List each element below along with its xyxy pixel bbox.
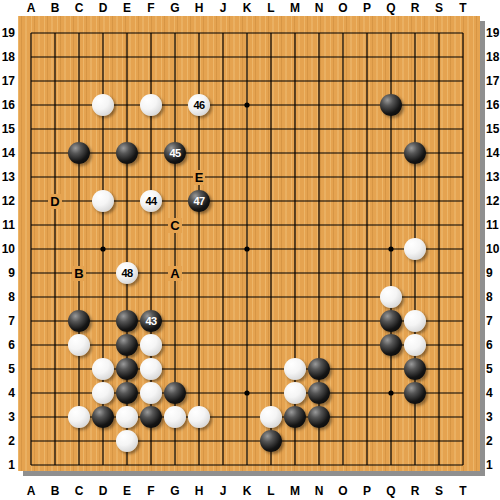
point-K10[interactable]: [235, 237, 259, 261]
point-P1[interactable]: [355, 453, 379, 477]
point-D3[interactable]: [91, 405, 115, 429]
point-K18[interactable]: [235, 45, 259, 69]
point-G19[interactable]: [163, 21, 187, 45]
point-Q4[interactable]: [379, 381, 403, 405]
point-S2[interactable]: [427, 429, 451, 453]
point-L13[interactable]: [259, 165, 283, 189]
point-E10[interactable]: [115, 237, 139, 261]
point-L16[interactable]: [259, 93, 283, 117]
point-M18[interactable]: [283, 45, 307, 69]
point-F2[interactable]: [139, 429, 163, 453]
point-T19[interactable]: [451, 21, 475, 45]
point-N14[interactable]: [307, 141, 331, 165]
point-F12[interactable]: 44: [139, 189, 163, 213]
point-N12[interactable]: [307, 189, 331, 213]
point-O9[interactable]: [331, 261, 355, 285]
point-D5[interactable]: [91, 357, 115, 381]
point-M4[interactable]: [283, 381, 307, 405]
point-J11[interactable]: [211, 213, 235, 237]
point-Q7[interactable]: [379, 309, 403, 333]
point-J14[interactable]: [211, 141, 235, 165]
point-S16[interactable]: [427, 93, 451, 117]
point-H12[interactable]: 47: [187, 189, 211, 213]
point-R13[interactable]: [403, 165, 427, 189]
point-R18[interactable]: [403, 45, 427, 69]
point-T3[interactable]: [451, 405, 475, 429]
point-G14[interactable]: 45: [163, 141, 187, 165]
point-O15[interactable]: [331, 117, 355, 141]
point-E18[interactable]: [115, 45, 139, 69]
point-S8[interactable]: [427, 285, 451, 309]
point-O6[interactable]: [331, 333, 355, 357]
point-D15[interactable]: [91, 117, 115, 141]
point-E2[interactable]: [115, 429, 139, 453]
point-Q10[interactable]: [379, 237, 403, 261]
point-D16[interactable]: [91, 93, 115, 117]
point-A14[interactable]: [19, 141, 43, 165]
point-Q16[interactable]: [379, 93, 403, 117]
point-O16[interactable]: [331, 93, 355, 117]
point-M6[interactable]: [283, 333, 307, 357]
point-C16[interactable]: [67, 93, 91, 117]
point-G16[interactable]: [163, 93, 187, 117]
point-P11[interactable]: [355, 213, 379, 237]
point-F17[interactable]: [139, 69, 163, 93]
point-C12[interactable]: [67, 189, 91, 213]
point-B11[interactable]: [43, 213, 67, 237]
point-T5[interactable]: [451, 357, 475, 381]
point-P9[interactable]: [355, 261, 379, 285]
point-Q9[interactable]: [379, 261, 403, 285]
point-H15[interactable]: [187, 117, 211, 141]
point-D1[interactable]: [91, 453, 115, 477]
point-A15[interactable]: [19, 117, 43, 141]
point-T7[interactable]: [451, 309, 475, 333]
point-G7[interactable]: [163, 309, 187, 333]
point-R10[interactable]: [403, 237, 427, 261]
point-O11[interactable]: [331, 213, 355, 237]
point-C19[interactable]: [67, 21, 91, 45]
point-P19[interactable]: [355, 21, 379, 45]
point-B19[interactable]: [43, 21, 67, 45]
point-P7[interactable]: [355, 309, 379, 333]
point-L14[interactable]: [259, 141, 283, 165]
point-B6[interactable]: [43, 333, 67, 357]
point-M3[interactable]: [283, 405, 307, 429]
point-D7[interactable]: [91, 309, 115, 333]
point-H7[interactable]: [187, 309, 211, 333]
point-R6[interactable]: [403, 333, 427, 357]
point-Q15[interactable]: [379, 117, 403, 141]
point-A9[interactable]: [19, 261, 43, 285]
point-E6[interactable]: [115, 333, 139, 357]
point-M14[interactable]: [283, 141, 307, 165]
point-S5[interactable]: [427, 357, 451, 381]
point-A2[interactable]: [19, 429, 43, 453]
point-F18[interactable]: [139, 45, 163, 69]
point-S12[interactable]: [427, 189, 451, 213]
point-M19[interactable]: [283, 21, 307, 45]
point-T8[interactable]: [451, 285, 475, 309]
point-L1[interactable]: [259, 453, 283, 477]
point-L9[interactable]: [259, 261, 283, 285]
point-K16[interactable]: [235, 93, 259, 117]
point-H5[interactable]: [187, 357, 211, 381]
point-C7[interactable]: [67, 309, 91, 333]
point-S3[interactable]: [427, 405, 451, 429]
point-E8[interactable]: [115, 285, 139, 309]
point-D11[interactable]: [91, 213, 115, 237]
point-H19[interactable]: [187, 21, 211, 45]
point-H16[interactable]: 46: [187, 93, 211, 117]
point-E14[interactable]: [115, 141, 139, 165]
point-G3[interactable]: [163, 405, 187, 429]
point-B17[interactable]: [43, 69, 67, 93]
point-T13[interactable]: [451, 165, 475, 189]
point-K6[interactable]: [235, 333, 259, 357]
point-P15[interactable]: [355, 117, 379, 141]
point-H17[interactable]: [187, 69, 211, 93]
point-G2[interactable]: [163, 429, 187, 453]
point-C2[interactable]: [67, 429, 91, 453]
point-Q3[interactable]: [379, 405, 403, 429]
point-R9[interactable]: [403, 261, 427, 285]
point-H9[interactable]: [187, 261, 211, 285]
point-J6[interactable]: [211, 333, 235, 357]
point-T16[interactable]: [451, 93, 475, 117]
point-B16[interactable]: [43, 93, 67, 117]
point-Q18[interactable]: [379, 45, 403, 69]
point-Q1[interactable]: [379, 453, 403, 477]
point-F14[interactable]: [139, 141, 163, 165]
point-H3[interactable]: [187, 405, 211, 429]
point-C18[interactable]: [67, 45, 91, 69]
point-M11[interactable]: [283, 213, 307, 237]
point-K7[interactable]: [235, 309, 259, 333]
point-F5[interactable]: [139, 357, 163, 381]
point-O4[interactable]: [331, 381, 355, 405]
point-C14[interactable]: [67, 141, 91, 165]
point-M17[interactable]: [283, 69, 307, 93]
point-L6[interactable]: [259, 333, 283, 357]
point-C6[interactable]: [67, 333, 91, 357]
point-G12[interactable]: [163, 189, 187, 213]
point-K12[interactable]: [235, 189, 259, 213]
point-Q12[interactable]: [379, 189, 403, 213]
point-O8[interactable]: [331, 285, 355, 309]
point-K17[interactable]: [235, 69, 259, 93]
point-N16[interactable]: [307, 93, 331, 117]
point-M7[interactable]: [283, 309, 307, 333]
point-E19[interactable]: [115, 21, 139, 45]
point-B5[interactable]: [43, 357, 67, 381]
point-N8[interactable]: [307, 285, 331, 309]
point-R11[interactable]: [403, 213, 427, 237]
point-K14[interactable]: [235, 141, 259, 165]
point-K19[interactable]: [235, 21, 259, 45]
point-P2[interactable]: [355, 429, 379, 453]
point-B8[interactable]: [43, 285, 67, 309]
point-L2[interactable]: [259, 429, 283, 453]
point-T14[interactable]: [451, 141, 475, 165]
point-P13[interactable]: [355, 165, 379, 189]
point-D8[interactable]: [91, 285, 115, 309]
point-N5[interactable]: [307, 357, 331, 381]
point-M8[interactable]: [283, 285, 307, 309]
point-L12[interactable]: [259, 189, 283, 213]
point-E12[interactable]: [115, 189, 139, 213]
point-N18[interactable]: [307, 45, 331, 69]
point-K3[interactable]: [235, 405, 259, 429]
point-B1[interactable]: [43, 453, 67, 477]
point-K1[interactable]: [235, 453, 259, 477]
point-R17[interactable]: [403, 69, 427, 93]
point-E4[interactable]: [115, 381, 139, 405]
point-T9[interactable]: [451, 261, 475, 285]
point-F6[interactable]: [139, 333, 163, 357]
point-S14[interactable]: [427, 141, 451, 165]
point-B10[interactable]: [43, 237, 67, 261]
point-H4[interactable]: [187, 381, 211, 405]
point-S15[interactable]: [427, 117, 451, 141]
point-B2[interactable]: [43, 429, 67, 453]
point-R19[interactable]: [403, 21, 427, 45]
point-F9[interactable]: [139, 261, 163, 285]
point-J3[interactable]: [211, 405, 235, 429]
point-K4[interactable]: [235, 381, 259, 405]
point-D2[interactable]: [91, 429, 115, 453]
point-S6[interactable]: [427, 333, 451, 357]
point-C10[interactable]: [67, 237, 91, 261]
point-R4[interactable]: [403, 381, 427, 405]
point-G5[interactable]: [163, 357, 187, 381]
point-M2[interactable]: [283, 429, 307, 453]
point-E5[interactable]: [115, 357, 139, 381]
point-N1[interactable]: [307, 453, 331, 477]
point-C9[interactable]: B: [67, 261, 91, 285]
point-F16[interactable]: [139, 93, 163, 117]
point-N3[interactable]: [307, 405, 331, 429]
point-S17[interactable]: [427, 69, 451, 93]
point-C3[interactable]: [67, 405, 91, 429]
point-L18[interactable]: [259, 45, 283, 69]
point-G18[interactable]: [163, 45, 187, 69]
point-Q11[interactable]: [379, 213, 403, 237]
point-K15[interactable]: [235, 117, 259, 141]
point-P3[interactable]: [355, 405, 379, 429]
point-J8[interactable]: [211, 285, 235, 309]
point-F10[interactable]: [139, 237, 163, 261]
point-J4[interactable]: [211, 381, 235, 405]
point-T4[interactable]: [451, 381, 475, 405]
point-K2[interactable]: [235, 429, 259, 453]
point-S4[interactable]: [427, 381, 451, 405]
point-T15[interactable]: [451, 117, 475, 141]
point-A11[interactable]: [19, 213, 43, 237]
point-B3[interactable]: [43, 405, 67, 429]
point-T1[interactable]: [451, 453, 475, 477]
point-G9[interactable]: A: [163, 261, 187, 285]
point-A7[interactable]: [19, 309, 43, 333]
point-H1[interactable]: [187, 453, 211, 477]
point-E16[interactable]: [115, 93, 139, 117]
point-N9[interactable]: [307, 261, 331, 285]
point-M1[interactable]: [283, 453, 307, 477]
point-D6[interactable]: [91, 333, 115, 357]
point-M16[interactable]: [283, 93, 307, 117]
point-H2[interactable]: [187, 429, 211, 453]
point-O12[interactable]: [331, 189, 355, 213]
point-J18[interactable]: [211, 45, 235, 69]
point-N2[interactable]: [307, 429, 331, 453]
point-M5[interactable]: [283, 357, 307, 381]
point-N13[interactable]: [307, 165, 331, 189]
point-R16[interactable]: [403, 93, 427, 117]
point-E3[interactable]: [115, 405, 139, 429]
point-H13[interactable]: E: [187, 165, 211, 189]
point-O3[interactable]: [331, 405, 355, 429]
point-R7[interactable]: [403, 309, 427, 333]
point-G13[interactable]: [163, 165, 187, 189]
point-C11[interactable]: [67, 213, 91, 237]
point-D18[interactable]: [91, 45, 115, 69]
point-B12[interactable]: D: [43, 189, 67, 213]
point-C13[interactable]: [67, 165, 91, 189]
point-L4[interactable]: [259, 381, 283, 405]
point-P16[interactable]: [355, 93, 379, 117]
point-E11[interactable]: [115, 213, 139, 237]
point-A5[interactable]: [19, 357, 43, 381]
point-D14[interactable]: [91, 141, 115, 165]
point-F1[interactable]: [139, 453, 163, 477]
point-C17[interactable]: [67, 69, 91, 93]
point-G8[interactable]: [163, 285, 187, 309]
point-S1[interactable]: [427, 453, 451, 477]
point-B14[interactable]: [43, 141, 67, 165]
point-B18[interactable]: [43, 45, 67, 69]
point-L11[interactable]: [259, 213, 283, 237]
point-N15[interactable]: [307, 117, 331, 141]
point-T2[interactable]: [451, 429, 475, 453]
point-B9[interactable]: [43, 261, 67, 285]
point-T10[interactable]: [451, 237, 475, 261]
point-L15[interactable]: [259, 117, 283, 141]
point-E15[interactable]: [115, 117, 139, 141]
point-K5[interactable]: [235, 357, 259, 381]
point-O14[interactable]: [331, 141, 355, 165]
point-F15[interactable]: [139, 117, 163, 141]
point-D4[interactable]: [91, 381, 115, 405]
point-O2[interactable]: [331, 429, 355, 453]
point-R3[interactable]: [403, 405, 427, 429]
point-P4[interactable]: [355, 381, 379, 405]
point-H11[interactable]: [187, 213, 211, 237]
point-E1[interactable]: [115, 453, 139, 477]
point-G11[interactable]: C: [163, 213, 187, 237]
point-A12[interactable]: [19, 189, 43, 213]
point-Q13[interactable]: [379, 165, 403, 189]
point-T11[interactable]: [451, 213, 475, 237]
point-O1[interactable]: [331, 453, 355, 477]
point-B13[interactable]: [43, 165, 67, 189]
point-B15[interactable]: [43, 117, 67, 141]
point-O17[interactable]: [331, 69, 355, 93]
point-A16[interactable]: [19, 93, 43, 117]
point-G15[interactable]: [163, 117, 187, 141]
point-R2[interactable]: [403, 429, 427, 453]
point-H18[interactable]: [187, 45, 211, 69]
point-J1[interactable]: [211, 453, 235, 477]
point-R8[interactable]: [403, 285, 427, 309]
point-R15[interactable]: [403, 117, 427, 141]
point-A10[interactable]: [19, 237, 43, 261]
point-A17[interactable]: [19, 69, 43, 93]
point-E7[interactable]: [115, 309, 139, 333]
point-O5[interactable]: [331, 357, 355, 381]
point-H14[interactable]: [187, 141, 211, 165]
point-E9[interactable]: 48: [115, 261, 139, 285]
point-D17[interactable]: [91, 69, 115, 93]
point-F8[interactable]: [139, 285, 163, 309]
point-A13[interactable]: [19, 165, 43, 189]
point-N4[interactable]: [307, 381, 331, 405]
point-R12[interactable]: [403, 189, 427, 213]
point-L7[interactable]: [259, 309, 283, 333]
point-J15[interactable]: [211, 117, 235, 141]
point-L8[interactable]: [259, 285, 283, 309]
point-Q17[interactable]: [379, 69, 403, 93]
point-S18[interactable]: [427, 45, 451, 69]
point-C4[interactable]: [67, 381, 91, 405]
point-J5[interactable]: [211, 357, 235, 381]
point-O7[interactable]: [331, 309, 355, 333]
point-S7[interactable]: [427, 309, 451, 333]
point-P10[interactable]: [355, 237, 379, 261]
point-C1[interactable]: [67, 453, 91, 477]
point-P12[interactable]: [355, 189, 379, 213]
point-S10[interactable]: [427, 237, 451, 261]
point-R5[interactable]: [403, 357, 427, 381]
point-G17[interactable]: [163, 69, 187, 93]
point-P6[interactable]: [355, 333, 379, 357]
point-A3[interactable]: [19, 405, 43, 429]
point-B4[interactable]: [43, 381, 67, 405]
point-J9[interactable]: [211, 261, 235, 285]
point-D10[interactable]: [91, 237, 115, 261]
point-L19[interactable]: [259, 21, 283, 45]
point-F4[interactable]: [139, 381, 163, 405]
point-N11[interactable]: [307, 213, 331, 237]
point-F3[interactable]: [139, 405, 163, 429]
point-O10[interactable]: [331, 237, 355, 261]
point-E17[interactable]: [115, 69, 139, 93]
point-O18[interactable]: [331, 45, 355, 69]
point-T17[interactable]: [451, 69, 475, 93]
point-C8[interactable]: [67, 285, 91, 309]
point-H6[interactable]: [187, 333, 211, 357]
point-L17[interactable]: [259, 69, 283, 93]
point-N17[interactable]: [307, 69, 331, 93]
point-G10[interactable]: [163, 237, 187, 261]
point-K11[interactable]: [235, 213, 259, 237]
point-A1[interactable]: [19, 453, 43, 477]
point-P14[interactable]: [355, 141, 379, 165]
point-M13[interactable]: [283, 165, 307, 189]
point-J12[interactable]: [211, 189, 235, 213]
point-K8[interactable]: [235, 285, 259, 309]
point-F19[interactable]: [139, 21, 163, 45]
point-A4[interactable]: [19, 381, 43, 405]
